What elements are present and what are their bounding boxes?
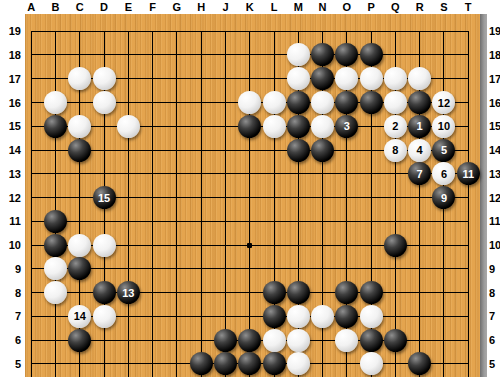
stone-J6	[214, 329, 237, 352]
row-label-right-7: 7	[489, 309, 495, 323]
stone-M6	[287, 329, 310, 352]
stone-Q6	[384, 329, 407, 352]
stone-R14: 4	[408, 139, 431, 162]
col-label-M: M	[289, 0, 307, 14]
stone-T13: 11	[457, 162, 480, 185]
row-label-left-13: 13	[0, 167, 21, 181]
row-label-right-13: 13	[489, 167, 500, 181]
board-shadow-edge	[480, 14, 487, 377]
col-label-S: S	[435, 0, 453, 14]
col-label-K: K	[241, 0, 259, 14]
col-label-G: G	[168, 0, 186, 14]
stone-H5	[190, 352, 213, 375]
stone-N7	[311, 305, 334, 328]
stone-L15	[263, 115, 286, 138]
row-label-left-8: 8	[0, 286, 21, 300]
row-label-left-6: 6	[0, 333, 21, 347]
stone-S14: 5	[432, 139, 455, 162]
col-label-P: P	[362, 0, 380, 14]
row-label-left-5: 5	[0, 357, 21, 371]
stone-B16	[44, 91, 67, 114]
row-label-left-7: 7	[0, 309, 21, 323]
stone-B11	[44, 210, 67, 233]
row-label-right-11: 11	[489, 214, 500, 228]
col-label-C: C	[71, 0, 89, 14]
row-label-left-14: 14	[0, 143, 21, 157]
stone-D12: 15	[93, 186, 116, 209]
col-label-J: J	[216, 0, 234, 14]
row-label-left-11: 11	[0, 214, 21, 228]
row-label-right-14: 14	[489, 143, 500, 157]
row-label-right-16: 16	[489, 96, 500, 110]
col-label-F: F	[144, 0, 162, 14]
stone-B10	[44, 234, 67, 257]
stone-C15	[68, 115, 91, 138]
row-label-right-5: 5	[489, 357, 495, 371]
col-label-L: L	[265, 0, 283, 14]
row-label-left-16: 16	[0, 96, 21, 110]
row-label-left-19: 19	[0, 24, 21, 38]
row-label-left-9: 9	[0, 262, 21, 276]
stone-P5	[360, 352, 383, 375]
col-label-O: O	[338, 0, 356, 14]
stone-Q17	[384, 67, 407, 90]
row-label-left-17: 17	[0, 72, 21, 86]
stone-N14	[311, 139, 334, 162]
stone-M14	[287, 139, 310, 162]
stone-M8	[287, 281, 310, 304]
stone-C10	[68, 234, 91, 257]
stone-P16	[360, 91, 383, 114]
stone-M17	[287, 67, 310, 90]
row-label-right-8: 8	[489, 286, 495, 300]
stone-C6	[68, 329, 91, 352]
row-label-right-18: 18	[489, 48, 500, 62]
stone-L5	[263, 352, 286, 375]
row-label-right-19: 19	[489, 24, 500, 38]
stone-N15	[311, 115, 334, 138]
go-game-screenshot: ABCDEFGHJKLMNOPQRST 19181716151413121110…	[0, 0, 500, 377]
col-label-N: N	[314, 0, 332, 14]
row-label-right-12: 12	[489, 191, 500, 205]
row-label-right-9: 9	[489, 262, 495, 276]
row-label-left-10: 10	[0, 238, 21, 252]
col-label-R: R	[411, 0, 429, 14]
stone-L7	[263, 305, 286, 328]
stone-R15: 1	[408, 115, 431, 138]
stone-C14	[68, 139, 91, 162]
row-label-left-18: 18	[0, 48, 21, 62]
stone-P17	[360, 67, 383, 90]
stone-B8	[44, 281, 67, 304]
stone-D16	[93, 91, 116, 114]
stone-P6	[360, 329, 383, 352]
row-label-left-15: 15	[0, 119, 21, 133]
stone-Q15: 2	[384, 115, 407, 138]
stone-D7	[93, 305, 116, 328]
stone-N16	[311, 91, 334, 114]
stone-D17	[93, 67, 116, 90]
stone-K15	[238, 115, 261, 138]
stone-Q10	[384, 234, 407, 257]
row-label-right-6: 6	[489, 333, 495, 347]
stone-L8	[263, 281, 286, 304]
stone-Q16	[384, 91, 407, 114]
stone-D8	[93, 281, 116, 304]
row-label-right-10: 10	[489, 238, 500, 252]
row-label-right-17: 17	[489, 72, 500, 86]
col-label-A: A	[22, 0, 40, 14]
col-label-Q: Q	[386, 0, 404, 14]
stone-M16	[287, 91, 310, 114]
stone-Q14: 8	[384, 139, 407, 162]
col-label-B: B	[46, 0, 64, 14]
stone-E8: 13	[117, 281, 140, 304]
stone-L16	[263, 91, 286, 114]
row-label-right-15: 15	[489, 119, 500, 133]
col-label-E: E	[119, 0, 137, 14]
stone-P18	[360, 43, 383, 66]
stone-P8	[360, 281, 383, 304]
stone-B15	[44, 115, 67, 138]
col-label-H: H	[192, 0, 210, 14]
stone-K6	[238, 329, 261, 352]
col-label-D: D	[95, 0, 113, 14]
stone-O15: 3	[335, 115, 358, 138]
star-point-K10	[247, 243, 252, 248]
stone-P7	[360, 305, 383, 328]
stone-D10	[93, 234, 116, 257]
stone-O6	[335, 329, 358, 352]
stone-M7	[287, 305, 310, 328]
stone-L6	[263, 329, 286, 352]
row-label-left-12: 12	[0, 191, 21, 205]
col-label-T: T	[459, 0, 477, 14]
stone-E15	[117, 115, 140, 138]
stone-M15	[287, 115, 310, 138]
